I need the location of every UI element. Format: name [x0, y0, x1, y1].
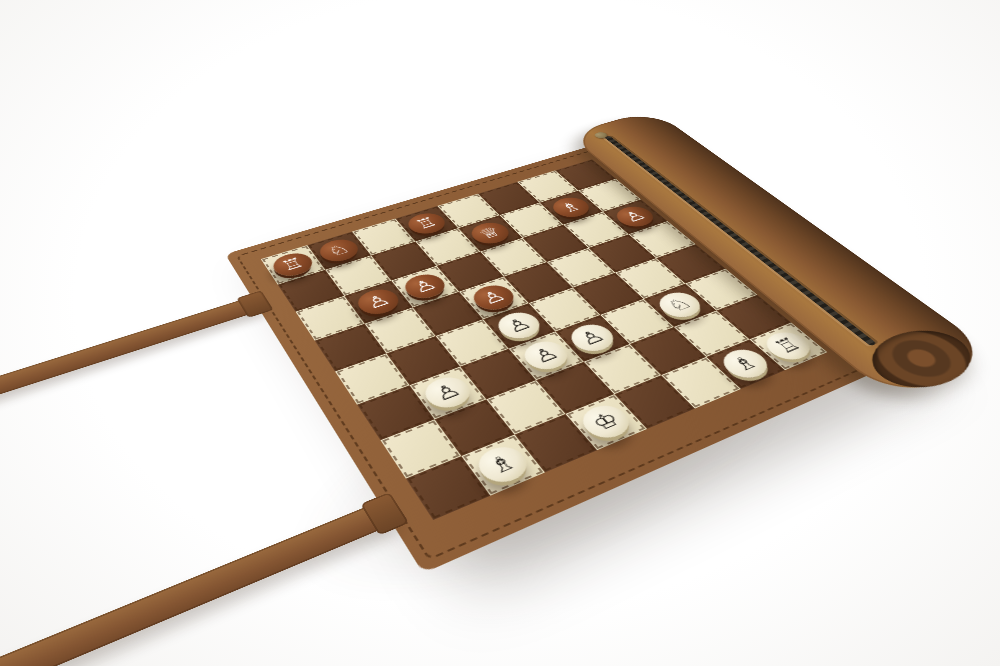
product-photo: ♖♘♖♕♗♙♙♙♙♙♙♙♙♘♗♔♗♖: [0, 0, 1000, 666]
roll-tube-end: [853, 320, 990, 400]
strap-attachment-tab: [236, 290, 273, 317]
strap-upper: [0, 294, 268, 420]
